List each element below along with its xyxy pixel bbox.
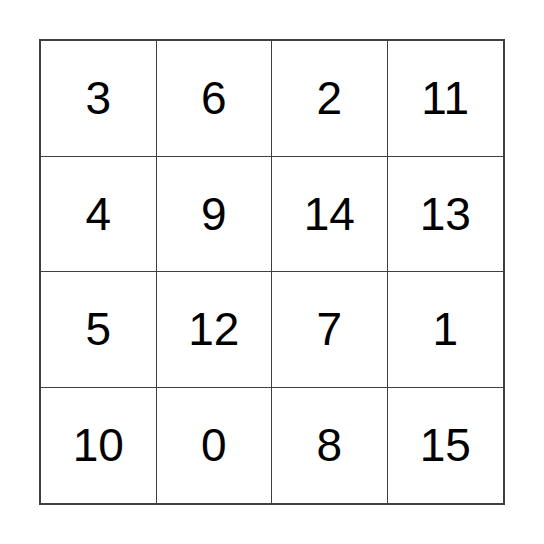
cell-r4c4-tile-15[interactable]: 15: [388, 388, 504, 504]
cell-r2c4-tile-13[interactable]: 13: [388, 157, 504, 273]
cell-r3c4-tile-1[interactable]: 1: [388, 272, 504, 388]
cell-r2c1-tile-4[interactable]: 4: [41, 157, 157, 273]
cell-r4c2-tile-0[interactable]: 0: [157, 388, 273, 504]
cell-r3c3-tile-7[interactable]: 7: [272, 272, 388, 388]
puzzle-board: 3621149141351271100815: [39, 39, 505, 505]
cell-r1c2-tile-6[interactable]: 6: [157, 41, 273, 157]
cell-r2c3-tile-14[interactable]: 14: [272, 157, 388, 273]
cell-r1c4-tile-11[interactable]: 11: [388, 41, 504, 157]
cell-r1c1-tile-3[interactable]: 3: [41, 41, 157, 157]
cell-r4c3-tile-8[interactable]: 8: [272, 388, 388, 504]
cell-r4c1-tile-10[interactable]: 10: [41, 388, 157, 504]
cell-r3c1-tile-5[interactable]: 5: [41, 272, 157, 388]
cell-r3c2-tile-12[interactable]: 12: [157, 272, 273, 388]
cell-r2c2-tile-9[interactable]: 9: [157, 157, 273, 273]
cell-r1c3-tile-2[interactable]: 2: [272, 41, 388, 157]
